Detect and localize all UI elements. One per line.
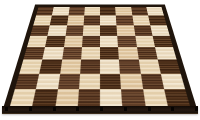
square-r7c7 (164, 89, 190, 106)
square-r6c7 (160, 73, 185, 88)
edge-notch (124, 107, 127, 111)
square-r1c1 (50, 16, 68, 26)
square-r2c7 (150, 25, 170, 35)
square-r4c2 (62, 47, 82, 60)
square-r2c4 (100, 25, 117, 35)
edge-notch (171, 107, 174, 111)
square-r6c4 (100, 73, 121, 88)
chessboard (2, 4, 198, 111)
square-r3c3 (82, 36, 100, 47)
square-r5c3 (80, 60, 100, 74)
edge-notch (195, 107, 198, 111)
board-near-edge (2, 106, 198, 114)
square-r0c2 (68, 7, 85, 16)
square-r5c1 (40, 60, 62, 74)
square-r7c2 (55, 89, 79, 106)
square-r0c4 (100, 7, 116, 16)
square-r3c1 (45, 36, 65, 47)
edge-notch (5, 107, 8, 111)
square-r3c5 (117, 36, 136, 47)
square-r6c3 (79, 73, 100, 88)
square-r4c3 (81, 47, 100, 60)
square-r4c4 (100, 47, 119, 60)
square-r3c2 (64, 36, 83, 47)
square-r7c3 (77, 89, 100, 106)
square-r6c1 (36, 73, 59, 88)
square-r1c7 (148, 16, 167, 26)
square-r7c4 (100, 89, 123, 106)
board-grid (10, 7, 190, 106)
square-r4c1 (43, 47, 64, 60)
product-photo-scene (0, 0, 200, 120)
square-r7c1 (32, 89, 57, 106)
square-r2c1 (48, 25, 67, 35)
square-r3c7 (152, 36, 173, 47)
square-r6c2 (57, 73, 79, 88)
square-r5c4 (100, 60, 120, 74)
square-r2c2 (65, 25, 83, 35)
square-r6c5 (120, 73, 142, 88)
square-r7c5 (121, 89, 145, 106)
square-r1c5 (116, 16, 133, 26)
square-r3c4 (100, 36, 118, 47)
square-r2c3 (83, 25, 100, 35)
edge-notch (148, 107, 151, 111)
edge-notch (100, 107, 103, 111)
square-r1c4 (100, 16, 117, 26)
square-r4c7 (155, 47, 177, 60)
square-r1c3 (83, 16, 100, 26)
edge-notch (29, 107, 32, 111)
square-r2c5 (117, 25, 135, 35)
square-r5c5 (119, 60, 140, 74)
edge-notch (76, 107, 79, 111)
square-r5c7 (157, 60, 180, 74)
square-r4c5 (118, 47, 138, 60)
square-r1c2 (67, 16, 84, 26)
square-r5c2 (60, 60, 81, 74)
square-r0c5 (115, 7, 132, 16)
square-r0c7 (146, 7, 164, 16)
square-r0c3 (84, 7, 100, 16)
edge-notch (53, 107, 56, 111)
square-r0c1 (52, 7, 69, 16)
